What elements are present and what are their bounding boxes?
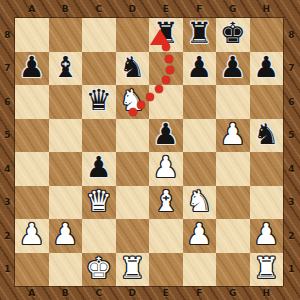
piece-black-queen[interactable]: ♛ <box>86 86 112 115</box>
rank-label: 4 <box>283 152 300 186</box>
piece-white-knight[interactable]: ♞ <box>186 187 212 216</box>
square-g6[interactable] <box>216 85 250 119</box>
file-label: D <box>116 285 150 300</box>
square-c3[interactable]: ♛ <box>82 186 116 220</box>
piece-white-knight[interactable]: ♞ <box>119 86 145 115</box>
square-e6[interactable] <box>149 85 183 119</box>
square-b7[interactable]: ♝ <box>49 52 83 86</box>
square-c1[interactable]: ♚ <box>82 253 116 287</box>
file-label: E <box>149 0 183 17</box>
file-label: B <box>49 0 83 17</box>
file-label: G <box>216 285 250 300</box>
square-c4[interactable]: ♟ <box>82 152 116 186</box>
square-d3[interactable] <box>116 186 150 220</box>
square-g8[interactable]: ♚ <box>216 18 250 52</box>
file-label: F <box>183 0 217 17</box>
piece-black-knight[interactable]: ♞ <box>253 120 279 149</box>
piece-black-pawn[interactable]: ♟ <box>220 53 246 82</box>
square-b4[interactable] <box>49 152 83 186</box>
rank-label: 8 <box>0 18 15 52</box>
file-labels-top: ABCDEFGH <box>15 0 283 17</box>
rank-labels-left: 87654321 <box>0 18 15 286</box>
square-g3[interactable] <box>216 186 250 220</box>
square-h2[interactable]: ♟ <box>250 219 284 253</box>
rank-labels-right: 87654321 <box>283 18 300 286</box>
square-a4[interactable] <box>15 152 49 186</box>
square-h1[interactable]: ♜ <box>250 253 284 287</box>
square-d4[interactable] <box>116 152 150 186</box>
square-g7[interactable]: ♟ <box>216 52 250 86</box>
chess-board[interactable]: ♜♜♚♟♝♞♟♟♟♛♞♟♟♞♟♟♛♝♞♟♟♟♟♚♜♜ <box>15 18 283 286</box>
square-h3[interactable] <box>250 186 284 220</box>
file-label: E <box>149 285 183 300</box>
square-g5[interactable]: ♟ <box>216 119 250 153</box>
rank-label: 3 <box>283 186 300 220</box>
square-c8[interactable] <box>82 18 116 52</box>
rank-label: 7 <box>0 52 15 86</box>
square-d2[interactable] <box>116 219 150 253</box>
rank-label: 3 <box>0 186 15 220</box>
piece-black-rook[interactable]: ♜ <box>186 19 212 48</box>
square-g1[interactable] <box>216 253 250 287</box>
piece-black-bishop[interactable]: ♝ <box>52 53 78 82</box>
rank-label: 5 <box>283 119 300 153</box>
square-b8[interactable] <box>49 18 83 52</box>
square-d5[interactable] <box>116 119 150 153</box>
piece-black-pawn[interactable]: ♟ <box>253 53 279 82</box>
square-h4[interactable] <box>250 152 284 186</box>
square-f6[interactable] <box>183 85 217 119</box>
piece-black-pawn[interactable]: ♟ <box>153 120 179 149</box>
piece-white-pawn[interactable]: ♟ <box>186 220 212 249</box>
file-label: F <box>183 285 217 300</box>
piece-black-knight[interactable]: ♞ <box>119 53 145 82</box>
piece-black-king[interactable]: ♚ <box>220 19 246 48</box>
square-c6[interactable]: ♛ <box>82 85 116 119</box>
file-label: D <box>116 0 150 17</box>
square-f5[interactable] <box>183 119 217 153</box>
square-a2[interactable]: ♟ <box>15 219 49 253</box>
square-f1[interactable] <box>183 253 217 287</box>
chess-board-frame: ABCDEFGH ABCDEFGH 87654321 87654321 ♜♜♚♟… <box>0 0 300 300</box>
square-d8[interactable] <box>116 18 150 52</box>
piece-white-pawn[interactable]: ♟ <box>153 153 179 182</box>
piece-white-pawn[interactable]: ♟ <box>52 220 78 249</box>
file-label: H <box>250 0 284 17</box>
piece-white-king[interactable]: ♚ <box>86 254 112 283</box>
piece-black-pawn[interactable]: ♟ <box>86 153 112 182</box>
square-e1[interactable] <box>149 253 183 287</box>
square-f8[interactable]: ♜ <box>183 18 217 52</box>
piece-white-pawn[interactable]: ♟ <box>253 220 279 249</box>
square-f3[interactable]: ♞ <box>183 186 217 220</box>
piece-black-rook[interactable]: ♜ <box>153 19 179 48</box>
file-label: C <box>82 285 116 300</box>
square-f4[interactable] <box>183 152 217 186</box>
square-b5[interactable] <box>49 119 83 153</box>
square-a3[interactable] <box>15 186 49 220</box>
piece-black-pawn[interactable]: ♟ <box>19 53 45 82</box>
file-label: B <box>49 285 83 300</box>
square-d1[interactable]: ♜ <box>116 253 150 287</box>
square-b1[interactable] <box>49 253 83 287</box>
piece-white-rook[interactable]: ♜ <box>119 254 145 283</box>
square-g2[interactable] <box>216 219 250 253</box>
square-c7[interactable] <box>82 52 116 86</box>
square-b2[interactable]: ♟ <box>49 219 83 253</box>
file-label: C <box>82 0 116 17</box>
rank-label: 6 <box>283 85 300 119</box>
square-e2[interactable] <box>149 219 183 253</box>
rank-label: 2 <box>283 219 300 253</box>
file-label: H <box>250 285 284 300</box>
square-a1[interactable] <box>15 253 49 287</box>
square-e4[interactable]: ♟ <box>149 152 183 186</box>
rank-label: 1 <box>0 253 15 287</box>
piece-white-queen[interactable]: ♛ <box>86 187 112 216</box>
rank-label: 1 <box>283 253 300 287</box>
square-a7[interactable]: ♟ <box>15 52 49 86</box>
rank-label: 4 <box>0 152 15 186</box>
square-e8[interactable]: ♜ <box>149 18 183 52</box>
rank-label: 5 <box>0 119 15 153</box>
square-h7[interactable]: ♟ <box>250 52 284 86</box>
square-g4[interactable] <box>216 152 250 186</box>
rank-label: 6 <box>0 85 15 119</box>
square-f7[interactable]: ♟ <box>183 52 217 86</box>
rank-label: 7 <box>283 52 300 86</box>
square-e3[interactable]: ♝ <box>149 186 183 220</box>
square-a6[interactable] <box>15 85 49 119</box>
square-b6[interactable] <box>49 85 83 119</box>
file-label: A <box>15 285 49 300</box>
piece-white-pawn[interactable]: ♟ <box>19 220 45 249</box>
square-c5[interactable] <box>82 119 116 153</box>
square-d7[interactable]: ♞ <box>116 52 150 86</box>
file-label: G <box>216 0 250 17</box>
square-a8[interactable] <box>15 18 49 52</box>
piece-white-bishop[interactable]: ♝ <box>153 187 179 216</box>
file-labels-bottom: ABCDEFGH <box>15 285 283 300</box>
piece-black-pawn[interactable]: ♟ <box>186 53 212 82</box>
piece-white-rook[interactable]: ♜ <box>253 254 279 283</box>
square-h5[interactable]: ♞ <box>250 119 284 153</box>
square-h6[interactable] <box>250 85 284 119</box>
square-h8[interactable] <box>250 18 284 52</box>
file-label: A <box>15 0 49 17</box>
square-f2[interactable]: ♟ <box>183 219 217 253</box>
square-b3[interactable] <box>49 186 83 220</box>
square-e5[interactable]: ♟ <box>149 119 183 153</box>
piece-white-pawn[interactable]: ♟ <box>220 120 246 149</box>
square-e7[interactable] <box>149 52 183 86</box>
rank-label: 2 <box>0 219 15 253</box>
square-a5[interactable] <box>15 119 49 153</box>
square-d6[interactable]: ♞ <box>116 85 150 119</box>
rank-label: 8 <box>283 18 300 52</box>
square-c2[interactable] <box>82 219 116 253</box>
